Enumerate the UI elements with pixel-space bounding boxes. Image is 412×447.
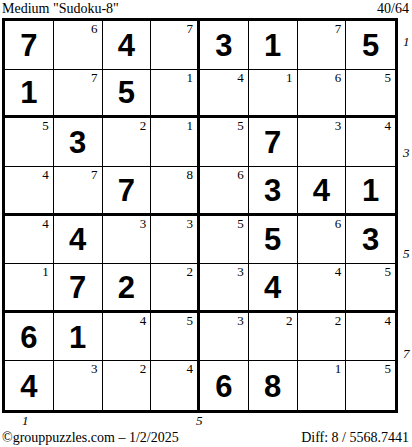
cell-r8c2[interactable]: 3 — [54, 361, 103, 410]
corner-mark: 8 — [187, 167, 194, 182]
col-label-5: 5 — [196, 413, 203, 428]
progress-counter: 40/64 — [377, 1, 409, 17]
cell-r7c4[interactable]: 5 — [151, 313, 200, 362]
cell-r7c2[interactable]: 1 — [54, 313, 103, 362]
corner-mark: 1 — [42, 264, 49, 279]
cell-r3c3[interactable]: 2 — [103, 118, 152, 167]
cell-r1c1[interactable]: 7 — [5, 21, 54, 70]
corner-mark: 3 — [140, 216, 147, 231]
cell-r6c2[interactable]: 7 — [54, 264, 103, 313]
corner-mark: 5 — [237, 118, 244, 133]
cell-r8c8[interactable]: 5 — [346, 361, 395, 410]
cell-r5c4[interactable]: 3 — [151, 216, 200, 265]
corner-mark: 5 — [385, 361, 392, 376]
given-digit: 3 — [264, 175, 281, 206]
corner-mark: 5 — [385, 264, 392, 279]
cell-r4c2[interactable]: 7 — [54, 167, 103, 216]
cell-r8c1[interactable]: 4 — [5, 361, 54, 410]
corner-mark: 7 — [91, 70, 98, 85]
given-digit: 4 — [118, 30, 135, 61]
corner-mark: 4 — [237, 70, 244, 85]
corner-mark: 4 — [140, 313, 147, 328]
cell-r7c1[interactable]: 6 — [5, 313, 54, 362]
cell-r1c2[interactable]: 6 — [54, 21, 103, 70]
row-label-1: 1 — [403, 34, 410, 49]
row-label-5: 5 — [403, 246, 410, 261]
row-label-7: 7 — [403, 346, 410, 361]
given-digit: 1 — [20, 77, 37, 108]
row-label-3: 3 — [403, 145, 410, 160]
corner-mark: 4 — [335, 264, 342, 279]
given-digit: 5 — [264, 224, 281, 255]
given-digit: 6 — [215, 371, 232, 402]
cell-r3c2[interactable]: 3 — [54, 118, 103, 167]
corner-mark: 1 — [187, 118, 194, 133]
given-digit: 1 — [362, 175, 379, 206]
cell-r3c5[interactable]: 5 — [200, 118, 249, 167]
corner-mark: 7 — [335, 21, 342, 36]
cell-r5c1[interactable]: 4 — [5, 216, 54, 265]
cell-r4c8[interactable]: 1 — [346, 167, 395, 216]
cell-r3c8[interactable]: 4 — [346, 118, 395, 167]
cell-r1c8[interactable]: 5 — [346, 21, 395, 70]
corner-mark: 3 — [237, 313, 244, 328]
cell-r2c5[interactable]: 4 — [200, 70, 249, 119]
cell-r7c7[interactable]: 2 — [298, 313, 347, 362]
corner-mark: 5 — [385, 70, 392, 85]
corner-mark: 2 — [286, 313, 293, 328]
cell-r3c6[interactable]: 7 — [249, 118, 298, 167]
corner-mark: 1 — [335, 361, 342, 376]
cell-r2c4[interactable]: 1 — [151, 70, 200, 119]
given-digit: 4 — [313, 175, 330, 206]
cell-r6c7[interactable]: 4 — [298, 264, 347, 313]
cell-r4c7[interactable]: 4 — [298, 167, 347, 216]
corner-mark: 5 — [42, 118, 49, 133]
cell-r1c4[interactable]: 7 — [151, 21, 200, 70]
cell-r4c6[interactable]: 3 — [249, 167, 298, 216]
cell-r6c6[interactable]: 4 — [249, 264, 298, 313]
cell-r4c5[interactable]: 6 — [200, 167, 249, 216]
corner-mark: 7 — [91, 167, 98, 182]
given-digit: 7 — [118, 175, 135, 206]
col-label-1: 1 — [22, 413, 29, 428]
cell-r6c8[interactable]: 5 — [346, 264, 395, 313]
cell-r8c7[interactable]: 1 — [298, 361, 347, 410]
given-digit: 1 — [264, 30, 281, 61]
cell-r2c7[interactable]: 6 — [298, 70, 347, 119]
given-digit: 6 — [20, 322, 37, 353]
corner-mark: 2 — [187, 264, 194, 279]
given-digit: 3 — [362, 224, 379, 255]
corner-mark: 2 — [140, 118, 147, 133]
corner-mark: 3 — [91, 361, 98, 376]
cell-r4c1[interactable]: 4 — [5, 167, 54, 216]
corner-mark: 2 — [335, 313, 342, 328]
cell-r8c4[interactable]: 4 — [151, 361, 200, 410]
cell-r2c8[interactable]: 5 — [346, 70, 395, 119]
corner-mark: 6 — [237, 167, 244, 182]
cell-r1c6[interactable]: 1 — [249, 21, 298, 70]
cell-r3c7[interactable]: 3 — [298, 118, 347, 167]
cell-r5c6[interactable]: 5 — [249, 216, 298, 265]
given-digit: 4 — [69, 224, 86, 255]
cell-r6c3[interactable]: 2 — [103, 264, 152, 313]
given-digit: 3 — [215, 30, 232, 61]
given-digit: 4 — [20, 371, 37, 402]
corner-mark: 4 — [42, 216, 49, 231]
corner-mark: 3 — [237, 264, 244, 279]
corner-mark: 7 — [187, 21, 194, 36]
corner-mark: 6 — [335, 216, 342, 231]
corner-mark: 3 — [187, 216, 194, 231]
cell-r6c1[interactable]: 1 — [5, 264, 54, 313]
cell-r3c4[interactable]: 1 — [151, 118, 200, 167]
corner-mark: 5 — [237, 216, 244, 231]
given-digit: 7 — [264, 127, 281, 158]
cell-r5c7[interactable]: 6 — [298, 216, 347, 265]
cell-r4c3[interactable]: 7 — [103, 167, 152, 216]
sudoku-grid: 7647317517514165532157344778634144335563… — [2, 18, 398, 413]
cell-r5c2[interactable]: 4 — [54, 216, 103, 265]
cell-r2c1[interactable]: 1 — [5, 70, 54, 119]
corner-mark: 4 — [42, 167, 49, 182]
cell-r2c2[interactable]: 7 — [54, 70, 103, 119]
difficulty-text: Diff: 8 / 5568.7441 — [301, 430, 409, 446]
cell-r2c3[interactable]: 5 — [103, 70, 152, 119]
corner-mark: 4 — [385, 313, 392, 328]
given-digit: 4 — [264, 272, 281, 303]
page-title: Medium "Sudoku-8" — [2, 1, 119, 17]
cell-r1c3[interactable]: 4 — [103, 21, 152, 70]
cell-r1c7[interactable]: 7 — [298, 21, 347, 70]
puzzle-page: Medium "Sudoku-8" 40/64 7647317517514165… — [0, 0, 412, 447]
cell-r5c8[interactable]: 3 — [346, 216, 395, 265]
given-digit: 5 — [118, 77, 135, 108]
cell-r7c5[interactable]: 3 — [200, 313, 249, 362]
corner-mark: 4 — [187, 361, 194, 376]
corner-mark: 3 — [335, 118, 342, 133]
cell-r2c6[interactable]: 1 — [249, 70, 298, 119]
cell-r4c4[interactable]: 8 — [151, 167, 200, 216]
cell-r8c3[interactable]: 2 — [103, 361, 152, 410]
cell-r5c5[interactable]: 5 — [200, 216, 249, 265]
cell-r3c1[interactable]: 5 — [5, 118, 54, 167]
corner-mark: 5 — [187, 313, 194, 328]
corner-mark: 4 — [385, 118, 392, 133]
cell-r7c8[interactable]: 4 — [346, 313, 395, 362]
given-digit: 7 — [69, 272, 86, 303]
given-digit: 8 — [264, 371, 281, 402]
given-digit: 3 — [69, 127, 86, 158]
corner-mark: 2 — [140, 361, 147, 376]
cell-r1c5[interactable]: 3 — [200, 21, 249, 70]
cell-r8c6[interactable]: 8 — [249, 361, 298, 410]
corner-mark: 1 — [286, 70, 293, 85]
given-digit: 5 — [362, 30, 379, 61]
cell-r8c5[interactable]: 6 — [200, 361, 249, 410]
cell-r6c4[interactable]: 2 — [151, 264, 200, 313]
given-digit: 1 — [69, 322, 86, 353]
cell-r5c3[interactable]: 3 — [103, 216, 152, 265]
corner-mark: 6 — [91, 21, 98, 36]
corner-mark: 6 — [335, 70, 342, 85]
cell-r7c3[interactable]: 4 — [103, 313, 152, 362]
copyright-text: ©grouppuzzles.com – 1/2/2025 — [2, 430, 179, 446]
given-digit: 2 — [118, 272, 135, 303]
given-digit: 7 — [20, 30, 37, 61]
corner-mark: 1 — [187, 70, 194, 85]
cell-r6c5[interactable]: 3 — [200, 264, 249, 313]
cell-r7c6[interactable]: 2 — [249, 313, 298, 362]
